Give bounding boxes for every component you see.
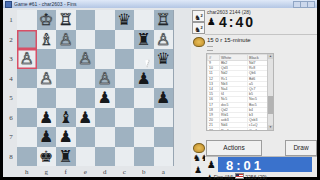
square-e1[interactable]: [76, 10, 96, 30]
rank-label-6: 6: [7, 114, 15, 122]
square-b6[interactable]: [134, 108, 154, 128]
square-g6[interactable]: ♟: [37, 108, 57, 128]
active-clock-box: 8:01: [218, 157, 312, 172]
us-flag-icon: [235, 173, 244, 179]
square-g8[interactable]: ♚: [37, 147, 57, 167]
square-c7[interactable]: [115, 127, 135, 147]
square-b5[interactable]: [134, 88, 154, 108]
top-player-pawn-icon: ♟: [207, 17, 216, 26]
piece-e6[interactable]: ♟: [76, 108, 96, 128]
piece-h3[interactable]: ♙: [17, 49, 37, 69]
board-area: ♔♖♛♖♗♙♜♙♙♙♛♙♙♟♟♟♟♝♟♟♟♚♜ 12345678 hgfedcb…: [3, 8, 191, 177]
square-a5[interactable]: ♟: [154, 88, 174, 108]
square-b8[interactable]: [134, 147, 154, 167]
square-d2[interactable]: [95, 30, 115, 50]
draw-button[interactable]: Draw: [285, 140, 317, 156]
square-e3[interactable]: ♙: [76, 49, 96, 69]
square-a8[interactable]: [154, 147, 174, 167]
square-a3[interactable]: ♛: [154, 49, 174, 69]
piece-c1[interactable]: ♛: [115, 10, 135, 30]
square-g7[interactable]: ♟: [37, 127, 57, 147]
pawn-icon[interactable]: ♟: [194, 166, 202, 175]
move-row[interactable]: 22Rxc1Qxc1: [208, 128, 275, 131]
file-label-b: b: [134, 168, 154, 176]
square-d1[interactable]: [95, 10, 115, 30]
square-f2[interactable]: ♙: [56, 30, 76, 50]
square-e5[interactable]: [76, 88, 96, 108]
square-c8[interactable]: [115, 147, 135, 167]
square-g5[interactable]: [37, 88, 57, 108]
square-h2[interactable]: [17, 30, 37, 50]
rank-label-7: 7: [7, 133, 15, 141]
square-c5[interactable]: [115, 88, 135, 108]
square-b2[interactable]: ♜: [134, 30, 154, 50]
piece-f8[interactable]: ♜: [56, 147, 76, 167]
screenshot-frame: Game #61 - char2603 - Fins ♔♖♛♖♗♙♜♙♙♙♛♙♙…: [0, 0, 320, 180]
square-h7[interactable]: [17, 127, 37, 147]
action-toolbar: Actions Draw: [205, 139, 317, 157]
square-f5[interactable]: [56, 88, 76, 108]
piece-g7[interactable]: ♟: [37, 127, 57, 147]
bottom-player-rating: 2256 (29): [245, 174, 266, 180]
piece-f7[interactable]: ♟: [56, 127, 76, 147]
piece-g1[interactable]: ♔: [37, 10, 57, 30]
square-h3[interactable]: ♙: [17, 49, 37, 69]
square-d3[interactable]: [95, 49, 115, 69]
piece-g8[interactable]: ♚: [37, 147, 57, 167]
square-a1[interactable]: ♖: [154, 10, 174, 30]
time-control-label: 15 0 r 15-minute: [207, 37, 251, 43]
square-d5[interactable]: ♟: [95, 88, 115, 108]
scrollbar-thumb[interactable]: [268, 96, 273, 114]
bottom-player-handle: Fins (IM): [214, 174, 234, 180]
list-grip: [207, 46, 213, 51]
square-d6[interactable]: [95, 108, 115, 128]
move-table: # White Black 9Bb2Nd710Qd3Rc811Nd2Qb612R…: [207, 54, 274, 131]
square-b4[interactable]: ♟: [134, 69, 154, 89]
square-h5[interactable]: [17, 88, 37, 108]
square-g1[interactable]: ♔: [37, 10, 57, 30]
piece-a3[interactable]: ♛: [154, 49, 174, 69]
square-g3[interactable]: [37, 49, 57, 69]
square-a7[interactable]: [154, 127, 174, 147]
square-e7[interactable]: [76, 127, 96, 147]
close-button[interactable]: [307, 1, 315, 8]
piece-f2[interactable]: ♙: [56, 30, 76, 50]
square-b7[interactable]: [134, 127, 154, 147]
file-label-c: c: [115, 168, 135, 176]
piece-a5[interactable]: ♟: [154, 88, 174, 108]
app-icon: [5, 1, 12, 8]
top-player-clock: 4:40: [219, 14, 255, 30]
piece-g6[interactable]: ♟: [37, 108, 57, 128]
file-label-a: a: [154, 168, 174, 176]
square-g4[interactable]: ♙: [37, 69, 57, 89]
bottom-player-pawn-icon: ♟: [207, 160, 216, 169]
piece-a1[interactable]: ♖: [154, 10, 174, 30]
piece-d5[interactable]: ♟: [95, 88, 115, 108]
move-list[interactable]: # White Black 9Bb2Nd710Qd3Rc811Nd2Qb612R…: [206, 53, 274, 131]
square-c2[interactable]: [115, 30, 135, 50]
rank-label-5: 5: [7, 94, 15, 102]
square-c6[interactable]: [115, 108, 135, 128]
square-c1[interactable]: ♛: [115, 10, 135, 30]
square-h8[interactable]: [17, 147, 37, 167]
rank-label-8: 8: [7, 153, 15, 161]
square-h4[interactable]: [17, 69, 37, 89]
piece-g4[interactable]: ♙: [37, 69, 57, 89]
pawn-icon: ♟: [207, 173, 212, 180]
game-info-panel: char2603 2144 (28) ♟ 4:40 15 0 r 15-minu…: [205, 8, 317, 177]
square-e4[interactable]: [76, 69, 96, 89]
square-d7[interactable]: [95, 127, 115, 147]
square-f1[interactable]: ♖: [56, 10, 76, 30]
file-label-g: g: [37, 168, 57, 176]
piece-e3[interactable]: ♙: [76, 49, 96, 69]
file-label-d: d: [95, 168, 115, 176]
square-a2[interactable]: ♙: [154, 30, 174, 50]
scroll-up-icon[interactable]: ▲: [268, 54, 273, 59]
square-d4[interactable]: ♙: [95, 69, 115, 89]
square-f6[interactable]: ♝: [56, 108, 76, 128]
file-label-e: e: [76, 168, 96, 176]
move-cell[interactable]: Rxc1: [220, 128, 248, 131]
square-a6[interactable]: [154, 108, 174, 128]
actions-button[interactable]: Actions: [206, 140, 262, 156]
piece-f1[interactable]: ♖: [56, 10, 76, 30]
piece-d4[interactable]: ♙: [95, 69, 115, 89]
rank-label-3: 3: [7, 55, 15, 63]
chess-client-window: Game #61 - char2603 - Fins ♔♖♛♖♗♙♜♙♙♙♛♙♙…: [3, 0, 317, 177]
chess-board[interactable]: ♔♖♛♖♗♙♜♙♙♙♛♙♙♟♟♟♟♝♟♟♟♚♜: [17, 10, 174, 166]
square-c3[interactable]: [115, 49, 135, 69]
rank-label-1: 1: [7, 16, 15, 24]
bottom-player-name: ♟ Fins (IM) 2256 (29): [207, 173, 267, 180]
scroll-down-icon[interactable]: ▼: [268, 125, 273, 130]
move-cell[interactable]: 22: [208, 128, 220, 131]
window-title: Game #61 - char2603 - Fins: [14, 1, 77, 7]
bottom-player-clock: 8:01: [226, 158, 264, 173]
piece-b4[interactable]: ♟: [134, 69, 154, 89]
divider: [205, 34, 317, 35]
square-f8[interactable]: ♜: [56, 147, 76, 167]
rank-label-4: 4: [7, 75, 15, 83]
knight-badge-icon[interactable]: ♞2: [192, 22, 205, 34]
square-h6[interactable]: [17, 108, 37, 128]
lamp-icon[interactable]: [193, 143, 205, 153]
knight-badge-icon[interactable]: ♞2: [192, 10, 205, 22]
side-toolbar: ♞2 ♞2 ♞♞ ♟: [191, 8, 205, 177]
file-label-h: h: [17, 168, 37, 176]
square-g2[interactable]: ♗: [37, 30, 57, 50]
piece-g2[interactable]: ♗: [37, 30, 57, 50]
square-e6[interactable]: ♟: [76, 108, 96, 128]
square-c4[interactable]: [115, 69, 135, 89]
square-b1[interactable]: [134, 10, 154, 30]
file-label-f: f: [56, 168, 76, 176]
square-e8[interactable]: [76, 147, 96, 167]
square-f4[interactable]: [56, 69, 76, 89]
piece-f6[interactable]: ♝: [56, 108, 76, 128]
square-a4[interactable]: [154, 69, 174, 89]
rank-label-2: 2: [7, 36, 15, 44]
square-f3[interactable]: [56, 49, 76, 69]
lamp-icon[interactable]: [193, 37, 205, 47]
square-h1[interactable]: [17, 10, 37, 30]
square-e2[interactable]: [76, 30, 96, 50]
piece-a2[interactable]: ♙: [154, 30, 174, 50]
square-d8[interactable]: [95, 147, 115, 167]
square-f7[interactable]: ♟: [56, 127, 76, 147]
move-list-scrollbar[interactable]: ▲ ▼: [267, 54, 273, 130]
piece-b2[interactable]: ♜: [134, 30, 154, 50]
